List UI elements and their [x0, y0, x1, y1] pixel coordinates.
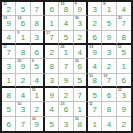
cage-sum: 10: [17, 102, 21, 106]
cell-r6c3[interactable]: 4: [31, 74, 45, 88]
cell-r9c1[interactable]: 6: [2, 117, 16, 131]
solution-digit: 7: [78, 92, 82, 100]
cell-r6c6[interactable]: 5: [74, 74, 88, 88]
cell-r9c9[interactable]: 2: [117, 117, 131, 131]
cell-r4c6[interactable]: 4: [74, 45, 88, 59]
cage-sum: 20: [17, 59, 21, 63]
solution-digit: 5: [21, 6, 25, 14]
solution-digit: 3: [21, 106, 25, 114]
solution-digit: 1: [49, 20, 53, 28]
cell-r9c3[interactable]: 149: [31, 117, 45, 131]
solution-digit: 8: [49, 63, 53, 71]
cell-r7c6[interactable]: 7: [74, 88, 88, 102]
cell-r5c8[interactable]: 2: [102, 59, 116, 73]
solution-digit: 3: [49, 77, 53, 85]
cell-r4c5[interactable]: 241: [59, 45, 73, 59]
solution-digit: 6: [78, 63, 82, 71]
solution-digit: 9: [78, 6, 82, 14]
solution-digit: 7: [49, 34, 53, 42]
solution-digit: 6: [122, 77, 126, 85]
solution-digit: 2: [35, 106, 39, 114]
cage-sum: 17: [46, 31, 50, 35]
solution-digit: 5: [49, 121, 53, 129]
solution-digit: 4: [78, 49, 82, 57]
solution-digit: 4: [21, 92, 25, 100]
cell-r1c1[interactable]: 112: [2, 2, 16, 16]
solution-digit: 3: [122, 92, 126, 100]
cell-r9c6[interactable]: 158: [74, 117, 88, 131]
cell-r2c3[interactable]: 8: [31, 16, 45, 30]
solution-digit: 7: [122, 20, 126, 28]
cell-r5c5[interactable]: 7: [59, 59, 73, 73]
cell-r9c8[interactable]: 4: [102, 117, 116, 131]
cell-r8c3[interactable]: 2: [31, 102, 45, 116]
solution-digit: 6: [92, 34, 96, 42]
cell-r3c4[interactable]: 177: [45, 31, 59, 45]
solution-digit: 3: [78, 20, 82, 28]
solution-digit: 2: [49, 49, 53, 57]
cell-r6c2[interactable]: 2: [16, 74, 30, 88]
cell-r6c7[interactable]: 158: [88, 74, 102, 88]
cell-r8c8[interactable]: 8: [102, 102, 116, 116]
cell-r8c6[interactable]: 1: [74, 102, 88, 116]
cell-r1c2[interactable]: 5: [16, 2, 30, 16]
solution-digit: 5: [78, 77, 82, 85]
solution-digit: 8: [92, 77, 96, 85]
cell-r6c8[interactable]: 137: [102, 74, 116, 88]
cell-r1c5[interactable]: 138: [59, 2, 73, 16]
cell-r5c9[interactable]: 1: [117, 59, 131, 73]
cell-r4c1[interactable]: 117: [2, 45, 16, 59]
solution-digit: 6: [21, 20, 25, 28]
solution-digit: 1: [107, 6, 111, 14]
cage-sum: 12: [118, 45, 122, 49]
cell-r4c8[interactable]: 3: [102, 45, 116, 59]
solution-digit: 2: [78, 34, 82, 42]
solution-digit: 2: [107, 63, 111, 71]
cell-r1c7[interactable]: 3: [88, 2, 102, 16]
solution-digit: 9: [49, 92, 53, 100]
cell-r9c2[interactable]: 7: [16, 117, 30, 131]
solution-digit: 9: [64, 77, 68, 85]
cell-r2c7[interactable]: 2: [88, 16, 102, 30]
cage-sum: 14: [32, 117, 36, 121]
solution-digit: 1: [6, 77, 10, 85]
cell-r9c4[interactable]: 5: [45, 117, 59, 131]
solution-digit: 9: [35, 121, 39, 129]
cell-r4c4[interactable]: 2: [45, 45, 59, 59]
solution-digit: 3: [92, 6, 96, 14]
cage-sum: 16: [75, 16, 79, 20]
cell-r2c5[interactable]: 4: [59, 16, 73, 30]
solution-digit: 9: [92, 49, 96, 57]
solution-digit: 4: [122, 6, 126, 14]
cell-r7c1[interactable]: 8: [2, 88, 16, 102]
solution-digit: 9: [21, 63, 25, 71]
solution-digit: 6: [35, 49, 39, 57]
solution-digit: 2: [64, 92, 68, 100]
cage-sum: 9: [75, 2, 77, 6]
solution-digit: 4: [35, 77, 39, 85]
solution-digit: 3: [35, 34, 39, 42]
cell-r8c7[interactable]: 117: [88, 102, 102, 116]
cage-sum: 15: [89, 74, 93, 78]
cell-r5c3[interactable]: 65: [31, 59, 45, 73]
solution-digit: 4: [92, 63, 96, 71]
solution-digit: 9: [6, 20, 10, 28]
cell-r3c7[interactable]: 6: [88, 31, 102, 45]
solution-digit: 8: [78, 121, 82, 129]
cage-sum: 6: [32, 59, 34, 63]
solution-digit: 7: [6, 49, 10, 57]
cell-r7c3[interactable]: 151: [31, 88, 45, 102]
cell-r7c2[interactable]: 4: [16, 88, 30, 102]
solution-digit: 6: [49, 6, 53, 14]
cage-sum: 20: [118, 16, 122, 20]
cage-sum: 9: [17, 31, 19, 35]
solution-digit: 8: [21, 49, 25, 57]
cell-r4c3[interactable]: 6: [31, 45, 45, 59]
solution-digit: 3: [107, 49, 111, 57]
sudoku-board: 1125761389938141391468141632520749131775…: [0, 0, 133, 133]
solution-digit: 2: [21, 77, 25, 85]
solution-digit: 5: [35, 63, 39, 71]
solution-digit: 5: [64, 34, 68, 42]
solution-digit: 1: [122, 63, 126, 71]
cell-r4c9[interactable]: 125: [117, 45, 131, 59]
solution-digit: 6: [107, 92, 111, 100]
solution-digit: 5: [107, 20, 111, 28]
cage-sum: 13: [103, 74, 107, 78]
solution-digit: 5: [92, 92, 96, 100]
cage-sum: 11: [3, 2, 7, 6]
cell-r3c8[interactable]: 9: [102, 31, 116, 45]
cell-r9c7[interactable]: 1: [88, 117, 102, 131]
cage-sum: 11: [89, 102, 93, 106]
cell-r3c5[interactable]: 5: [59, 31, 73, 45]
solution-digit: 1: [78, 106, 82, 114]
solution-digit: 3: [6, 63, 10, 71]
cell-r5c2[interactable]: 209: [16, 59, 30, 73]
cell-r3c9[interactable]: 8: [117, 31, 131, 45]
cell-r1c8[interactable]: 81: [102, 2, 116, 16]
cell-r4c2[interactable]: 8: [16, 45, 30, 59]
cell-r2c1[interactable]: 139: [2, 16, 16, 30]
solution-digit: 5: [6, 106, 10, 114]
solution-digit: 7: [92, 106, 96, 114]
solution-digit: 5: [122, 49, 126, 57]
cell-r2c2[interactable]: 146: [16, 16, 30, 30]
cell-r7c9[interactable]: 123: [117, 88, 131, 102]
cell-r5c6[interactable]: 106: [74, 59, 88, 73]
cell-r1c4[interactable]: 6: [45, 2, 59, 16]
cell-r5c1[interactable]: 3: [2, 59, 16, 73]
cell-r2c4[interactable]: 1: [45, 16, 59, 30]
solution-digit: 2: [6, 6, 10, 14]
cell-r7c5[interactable]: 2: [59, 88, 73, 102]
solution-digit: 4: [6, 34, 10, 42]
cell-r6c4[interactable]: 3: [45, 74, 59, 88]
solution-digit: 1: [64, 49, 68, 57]
solution-digit: 8: [107, 106, 111, 114]
solution-digit: 2: [122, 121, 126, 129]
solution-digit: 7: [35, 6, 39, 14]
cell-r6c5[interactable]: 9: [59, 74, 73, 88]
cell-r2c8[interactable]: 5: [102, 16, 116, 30]
solution-digit: 6: [64, 106, 68, 114]
cage-sum: 14: [17, 16, 21, 20]
cell-r4c7[interactable]: 139: [88, 45, 102, 59]
cage-sum: 24: [60, 45, 64, 49]
solution-digit: 1: [35, 92, 39, 100]
solution-digit: 6: [6, 121, 10, 129]
solution-digit: 4: [107, 121, 111, 129]
cell-r7c8[interactable]: 6: [102, 88, 116, 102]
cage-sum: 15: [75, 117, 79, 121]
cell-r1c6[interactable]: 99: [74, 2, 88, 16]
cell-r3c6[interactable]: 2: [74, 31, 88, 45]
solution-digit: 8: [64, 6, 68, 14]
solution-digit: 4: [49, 106, 53, 114]
cell-r7c7[interactable]: 5: [88, 88, 102, 102]
cell-r8c5[interactable]: 136: [59, 102, 73, 116]
cell-r9c5[interactable]: 3: [59, 117, 73, 131]
cell-r7c4[interactable]: 9: [45, 88, 59, 102]
cell-r2c6[interactable]: 163: [74, 16, 88, 30]
cell-r6c1[interactable]: 1: [2, 74, 16, 88]
cell-r3c3[interactable]: 3: [31, 31, 45, 45]
solution-digit: 4: [64, 20, 68, 28]
solution-digit: 8: [122, 34, 126, 42]
solution-digit: 8: [6, 92, 10, 100]
solution-digit: 1: [21, 34, 25, 42]
solution-digit: 7: [64, 63, 68, 71]
solution-digit: 1: [92, 121, 96, 129]
cage-sum: 11: [3, 45, 7, 49]
cage-sum: 15: [32, 88, 36, 92]
cage-sum: 13: [89, 45, 93, 49]
cage-sum: 8: [103, 2, 105, 6]
cell-r5c4[interactable]: 8: [45, 59, 59, 73]
cell-r2c9[interactable]: 207: [117, 16, 131, 30]
cell-r5c7[interactable]: 4: [88, 59, 102, 73]
cage-sum: 10: [75, 59, 79, 63]
solution-digit: 2: [92, 20, 96, 28]
cell-r3c1[interactable]: 4: [2, 31, 16, 45]
cell-r8c1[interactable]: 5: [2, 102, 16, 116]
solution-digit: 9: [122, 106, 126, 114]
solution-digit: 9: [107, 34, 111, 42]
cell-r8c2[interactable]: 103: [16, 102, 30, 116]
cell-r8c9[interactable]: 9: [117, 102, 131, 116]
cell-r3c2[interactable]: 91: [16, 31, 30, 45]
cell-r1c3[interactable]: 7: [31, 2, 45, 16]
solution-digit: 3: [64, 121, 68, 129]
solution-digit: 8: [35, 20, 39, 28]
cage-sum: 13: [60, 102, 64, 106]
cell-r6c9[interactable]: 6: [117, 74, 131, 88]
cell-r1c9[interactable]: 4: [117, 2, 131, 16]
solution-digit: 7: [21, 121, 25, 129]
cell-r8c4[interactable]: 4: [45, 102, 59, 116]
cage-sum: 13: [60, 2, 64, 6]
cage-sum: 12: [118, 88, 122, 92]
solution-digit: 7: [107, 77, 111, 85]
cage-sum: 13: [3, 16, 7, 20]
